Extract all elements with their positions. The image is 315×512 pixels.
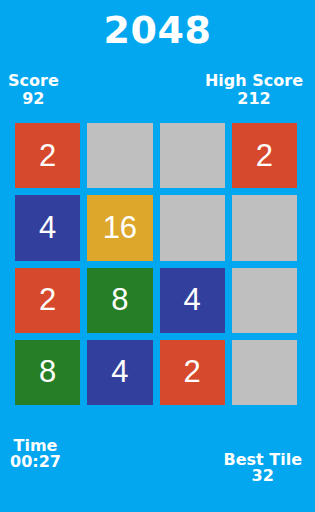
empty-cell-r1c3 xyxy=(160,123,225,188)
tile-r3c1: 2 xyxy=(15,268,80,333)
tile-r4c2: 4 xyxy=(87,340,152,405)
tile-r2c2: 16 xyxy=(87,195,152,260)
game-screen: { "game": "2048", "position": "2 0 0 2 /… xyxy=(0,0,315,512)
empty-cell-r4c4 xyxy=(232,340,297,405)
tile-r1c1: 2 xyxy=(15,123,80,188)
score-block: Score 92 xyxy=(8,72,59,108)
score-label: Score xyxy=(8,72,59,90)
high-score-value: 212 xyxy=(205,90,303,108)
tile-r3c3: 4 xyxy=(160,268,225,333)
empty-cell-r1c2 xyxy=(87,123,152,188)
empty-cell-r2c4 xyxy=(232,195,297,260)
high-score-label: High Score xyxy=(205,72,303,90)
tile-r4c3: 2 xyxy=(160,340,225,405)
time-value: 00:27 xyxy=(10,454,61,470)
tile-r3c2: 8 xyxy=(87,268,152,333)
tile-r1c4: 2 xyxy=(232,123,297,188)
tile-r2c1: 4 xyxy=(15,195,80,260)
page-title: 2048 xyxy=(0,8,315,52)
empty-cell-r3c4 xyxy=(232,268,297,333)
best-tile-value: 32 xyxy=(223,468,302,484)
empty-cell-r2c3 xyxy=(160,195,225,260)
score-value: 92 xyxy=(8,90,59,108)
time-block: Time 00:27 xyxy=(10,438,61,470)
tile-r4c1: 8 xyxy=(15,340,80,405)
best-tile-block: Best Tile 32 xyxy=(223,452,302,484)
high-score-block: High Score 212 xyxy=(205,72,303,108)
score-row: Score 92 High Score 212 xyxy=(0,72,315,108)
game-board[interactable]: 22416284842 xyxy=(15,123,297,405)
